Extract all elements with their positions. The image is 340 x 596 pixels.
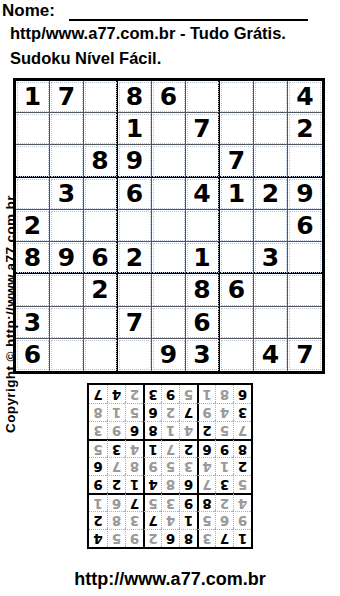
sol-cell-r6c3: 6 — [197, 439, 215, 457]
sol-cell-r1c9: 4 — [89, 529, 107, 547]
cell-r3c8 — [254, 145, 288, 177]
cell-r3c9 — [288, 145, 322, 177]
sol-cell-r8c3: 9 — [197, 403, 215, 421]
sol-cell-r9c1: 6 — [233, 385, 251, 403]
sol-cell-r3c6: 5 — [143, 493, 161, 511]
cell-r1c7 — [220, 81, 254, 113]
sol-cell-r6c1: 8 — [233, 439, 251, 457]
sol-cell-r6c6: 1 — [143, 439, 161, 457]
cell-r1c8 — [254, 81, 288, 113]
sol-cell-r3c8: 6 — [107, 493, 125, 511]
cell-r4c2: 3 — [50, 178, 84, 210]
cell-r7c9 — [288, 274, 322, 306]
sol-cell-r1c3: 3 — [197, 529, 215, 547]
sol-cell-r5c4: 3 — [179, 457, 197, 475]
sol-cell-r3c7: 7 — [125, 493, 143, 511]
cell-r6c1: 8 — [16, 242, 50, 274]
cell-r2c6: 7 — [186, 113, 220, 145]
cell-r9c6: 3 — [186, 339, 220, 371]
sol-cell-r6c7: 4 — [125, 439, 143, 457]
cell-r3c1 — [16, 145, 50, 177]
cell-r7c1 — [16, 274, 50, 306]
cell-r4c1 — [16, 178, 50, 210]
cell-r3c3: 8 — [84, 145, 118, 177]
sol-cell-r5c8: 7 — [107, 457, 125, 475]
cell-r4c3 — [84, 178, 118, 210]
cell-r9c1: 6 — [16, 339, 50, 371]
cell-r1c5: 6 — [152, 81, 186, 113]
copyright-vertical-text: Copyright © http://www.a77.com.br — [3, 195, 18, 433]
sol-cell-r7c7: 6 — [125, 421, 143, 439]
sol-cell-r6c2: 9 — [215, 439, 233, 457]
sol-cell-r4c9: 9 — [89, 475, 107, 493]
cell-r7c3: 2 — [84, 274, 118, 306]
cell-r3c7: 7 — [220, 145, 254, 177]
sol-cell-r2c5: 4 — [161, 511, 179, 529]
cell-r9c3 — [84, 339, 118, 371]
cell-r5c5 — [152, 210, 186, 242]
cell-r8c8 — [254, 307, 288, 339]
sol-cell-r9c4: 5 — [179, 385, 197, 403]
cell-r3c5 — [152, 145, 186, 177]
sol-cell-r7c8: 9 — [107, 421, 125, 439]
cell-r9c9: 7 — [288, 339, 322, 371]
sol-cell-r8c5: 2 — [161, 403, 179, 421]
sol-cell-r6c8: 3 — [107, 439, 125, 457]
sol-cell-r7c4: 4 — [179, 421, 197, 439]
cell-r2c8 — [254, 113, 288, 145]
cell-r9c7 — [220, 339, 254, 371]
cell-r6c2: 9 — [50, 242, 84, 274]
cell-r6c3: 6 — [84, 242, 118, 274]
sol-cell-r2c8: 8 — [107, 511, 125, 529]
sol-cell-r1c1: 1 — [233, 529, 251, 547]
solution-grid-rotated: 1738629549651473824289357615376841292143… — [87, 383, 253, 549]
sol-cell-r5c9: 6 — [89, 457, 107, 475]
sol-cell-r8c6: 6 — [143, 403, 161, 421]
cell-r6c7 — [220, 242, 254, 274]
cell-r4c6: 4 — [186, 178, 220, 210]
sol-cell-r3c9: 1 — [89, 493, 107, 511]
sol-cell-r2c6: 7 — [143, 511, 161, 529]
cell-r8c5 — [152, 307, 186, 339]
cell-r5c1: 2 — [16, 210, 50, 242]
sol-cell-r8c8: 1 — [107, 403, 125, 421]
sol-cell-r6c9: 5 — [89, 439, 107, 457]
sol-cell-r9c3: 1 — [197, 385, 215, 403]
cell-r8c6: 6 — [186, 307, 220, 339]
sol-cell-r3c3: 8 — [197, 493, 215, 511]
sol-cell-r8c4: 7 — [179, 403, 197, 421]
sol-cell-r4c6: 4 — [143, 475, 161, 493]
cell-r5c2 — [50, 210, 84, 242]
sol-cell-r2c4: 1 — [179, 511, 197, 529]
cell-r8c1: 3 — [16, 307, 50, 339]
cell-r1c3 — [84, 81, 118, 113]
cell-r8c3 — [84, 307, 118, 339]
cell-r2c1 — [16, 113, 50, 145]
sol-cell-r5c5: 5 — [161, 457, 179, 475]
cell-r3c4: 9 — [118, 145, 152, 177]
cell-r9c5: 9 — [152, 339, 186, 371]
cell-r1c4: 8 — [118, 81, 152, 113]
cell-r2c3 — [84, 113, 118, 145]
cell-r8c2 — [50, 307, 84, 339]
cell-r8c9 — [288, 307, 322, 339]
sol-cell-r1c4: 8 — [179, 529, 197, 547]
sudoku-worksheet-page: Nome: http/www.a77.com.br - Tudo Grátis.… — [0, 0, 340, 596]
cell-r9c2 — [50, 339, 84, 371]
sol-cell-r6c5: 7 — [161, 439, 179, 457]
sol-cell-r5c1: 2 — [233, 457, 251, 475]
cell-r1c9: 4 — [288, 81, 322, 113]
sol-cell-r8c7: 5 — [125, 403, 143, 421]
cell-r1c6 — [186, 81, 220, 113]
cell-r7c6: 8 — [186, 274, 220, 306]
sol-cell-r9c2: 8 — [215, 385, 233, 403]
cell-r2c9: 2 — [288, 113, 322, 145]
sol-cell-r4c8: 2 — [107, 475, 125, 493]
sol-cell-r4c4: 6 — [179, 475, 197, 493]
sol-cell-r7c3: 2 — [197, 421, 215, 439]
sol-cell-r8c2: 4 — [215, 403, 233, 421]
cell-r5c9: 6 — [288, 210, 322, 242]
cell-r6c4: 2 — [118, 242, 152, 274]
sol-cell-r2c1: 9 — [233, 511, 251, 529]
sol-cell-r4c2: 3 — [215, 475, 233, 493]
sol-cell-r3c4: 9 — [179, 493, 197, 511]
sol-cell-r2c9: 2 — [89, 511, 107, 529]
sol-cell-r7c6: 8 — [143, 421, 161, 439]
sol-cell-r4c7: 1 — [125, 475, 143, 493]
cell-r6c5 — [152, 242, 186, 274]
footer-url-text: http://www.a77.com.br — [0, 569, 340, 590]
site-header-text: http/www.a77.com.br - Tudo Grátis. — [10, 24, 286, 43]
sol-cell-r9c9: 7 — [89, 385, 107, 403]
cell-r2c5 — [152, 113, 186, 145]
cell-r9c4 — [118, 339, 152, 371]
sol-cell-r5c2: 1 — [215, 457, 233, 475]
sol-cell-r7c2: 5 — [215, 421, 233, 439]
sol-cell-r1c8: 5 — [107, 529, 125, 547]
cell-r7c2 — [50, 274, 84, 306]
sol-cell-r3c1: 4 — [233, 493, 251, 511]
puzzle-level-title: Sudoku Nível Fácil. — [10, 49, 161, 68]
cell-r2c7 — [220, 113, 254, 145]
cell-r5c4 — [118, 210, 152, 242]
sol-cell-r1c7: 9 — [125, 529, 143, 547]
cell-r1c2: 7 — [50, 81, 84, 113]
sol-cell-r9c6: 3 — [143, 385, 161, 403]
sol-cell-r3c2: 2 — [215, 493, 233, 511]
cell-r6c6: 1 — [186, 242, 220, 274]
cell-r5c8 — [254, 210, 288, 242]
sol-cell-r1c2: 7 — [215, 529, 233, 547]
sol-cell-r9c8: 4 — [107, 385, 125, 403]
cell-r9c8: 4 — [254, 339, 288, 371]
cell-r7c8 — [254, 274, 288, 306]
name-label: Nome: — [2, 1, 55, 21]
cell-r4c9: 9 — [288, 178, 322, 210]
sol-cell-r8c9: 8 — [89, 403, 107, 421]
sol-cell-r5c3: 4 — [197, 457, 215, 475]
sol-cell-r4c3: 7 — [197, 475, 215, 493]
sol-cell-r1c5: 6 — [161, 529, 179, 547]
sol-cell-r5c6: 9 — [143, 457, 161, 475]
cell-r1c1: 1 — [16, 81, 50, 113]
cell-r2c2 — [50, 113, 84, 145]
cell-r3c6 — [186, 145, 220, 177]
cell-r4c5 — [152, 178, 186, 210]
cell-r3c2 — [50, 145, 84, 177]
cell-r7c5 — [152, 274, 186, 306]
sol-cell-r8c1: 3 — [233, 403, 251, 421]
cell-r5c3 — [84, 210, 118, 242]
cell-r8c7 — [220, 307, 254, 339]
cell-r2c4: 1 — [118, 113, 152, 145]
sol-cell-r2c2: 6 — [215, 511, 233, 529]
sol-cell-r4c5: 8 — [161, 475, 179, 493]
sol-cell-r6c4: 2 — [179, 439, 197, 457]
cell-r4c7: 1 — [220, 178, 254, 210]
sol-cell-r7c1: 7 — [233, 421, 251, 439]
cell-r4c8: 2 — [254, 178, 288, 210]
cell-r4c4: 6 — [118, 178, 152, 210]
sol-cell-r5c7: 8 — [125, 457, 143, 475]
cell-r7c4 — [118, 274, 152, 306]
sol-cell-r2c3: 5 — [197, 511, 215, 529]
cell-r5c7 — [220, 210, 254, 242]
sol-cell-r9c7: 2 — [125, 385, 143, 403]
sol-cell-r4c1: 5 — [233, 475, 251, 493]
sol-cell-r3c5: 3 — [161, 493, 179, 511]
cell-r6c9 — [288, 242, 322, 274]
sol-cell-r7c9: 3 — [89, 421, 107, 439]
cell-r6c8: 3 — [254, 242, 288, 274]
name-underline — [69, 19, 308, 21]
cell-r7c7: 6 — [220, 274, 254, 306]
sol-cell-r2c7: 3 — [125, 511, 143, 529]
sol-cell-r7c5: 1 — [161, 421, 179, 439]
sol-cell-r1c6: 2 — [143, 529, 161, 547]
cell-r5c6 — [186, 210, 220, 242]
main-sudoku-grid: 178641728973641292689621328637669347 — [13, 78, 325, 374]
cell-r8c4: 7 — [118, 307, 152, 339]
sol-cell-r9c5: 9 — [161, 385, 179, 403]
